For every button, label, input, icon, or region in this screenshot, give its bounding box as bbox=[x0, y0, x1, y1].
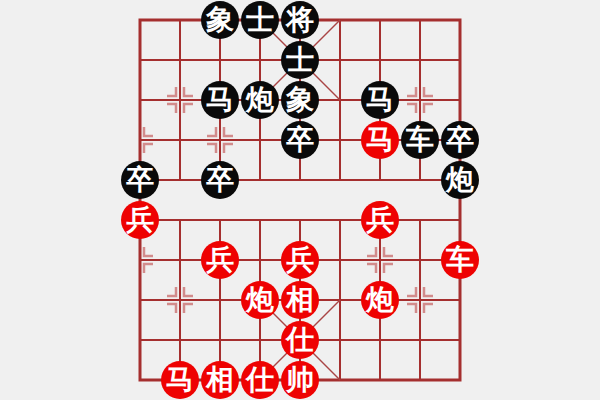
black-advisor-piece[interactable]: 士 bbox=[241, 1, 279, 39]
board-cell[interactable] bbox=[200, 200, 240, 240]
board-cell[interactable] bbox=[320, 40, 360, 80]
board-cell[interactable] bbox=[360, 0, 400, 40]
black-chariot-piece[interactable]: 车 bbox=[401, 121, 439, 159]
board-cell[interactable]: 仕 bbox=[280, 320, 320, 360]
board-cell[interactable]: 相 bbox=[200, 360, 240, 400]
board-cell[interactable] bbox=[440, 200, 480, 240]
red-soldier-piece[interactable]: 兵 bbox=[281, 241, 319, 279]
black-cannon-piece[interactable]: 炮 bbox=[241, 81, 279, 119]
board-cell[interactable]: 象 bbox=[200, 0, 240, 40]
board-cell[interactable] bbox=[400, 80, 440, 120]
board-cell[interactable] bbox=[320, 200, 360, 240]
board-cell[interactable] bbox=[400, 280, 440, 320]
board-cell[interactable] bbox=[200, 40, 240, 80]
board-cell[interactable]: 兵 bbox=[280, 240, 320, 280]
board-cell[interactable]: 马 bbox=[160, 360, 200, 400]
board-cell[interactable]: 马 bbox=[360, 80, 400, 120]
black-elephant-piece[interactable]: 象 bbox=[201, 1, 239, 39]
board-cell[interactable]: 马 bbox=[200, 80, 240, 120]
board-cell[interactable] bbox=[160, 40, 200, 80]
black-general-piece[interactable]: 将 bbox=[281, 1, 319, 39]
black-soldier-piece[interactable]: 卒 bbox=[201, 161, 239, 199]
board-cell[interactable] bbox=[240, 200, 280, 240]
board-cell[interactable] bbox=[400, 200, 440, 240]
board-cell[interactable]: 卒 bbox=[440, 120, 480, 160]
board-cell[interactable] bbox=[160, 120, 200, 160]
board-cell[interactable] bbox=[320, 240, 360, 280]
board-cell[interactable]: 炮 bbox=[440, 160, 480, 200]
board-cell[interactable] bbox=[320, 360, 360, 400]
board-cell[interactable]: 马 bbox=[360, 120, 400, 160]
board-cell[interactable] bbox=[400, 160, 440, 200]
board-cell[interactable] bbox=[240, 240, 280, 280]
board-cell[interactable]: 士 bbox=[280, 40, 320, 80]
board-cell[interactable]: 兵 bbox=[120, 200, 160, 240]
board-cell[interactable] bbox=[200, 280, 240, 320]
board-cell[interactable] bbox=[160, 160, 200, 200]
red-general-piece[interactable]: 帅 bbox=[281, 361, 319, 399]
red-elephant-piece[interactable]: 相 bbox=[201, 361, 239, 399]
xiangqi-board: 象士将士马炮象马卒马车卒卒卒炮兵兵兵兵车炮相炮仕马相仕帅 bbox=[120, 0, 480, 400]
board-cell[interactable] bbox=[360, 160, 400, 200]
board-cell[interactable]: 车 bbox=[440, 240, 480, 280]
board-cell[interactable] bbox=[200, 120, 240, 160]
red-soldier-piece[interactable]: 兵 bbox=[201, 241, 239, 279]
red-advisor-piece[interactable]: 仕 bbox=[241, 361, 279, 399]
board-cell[interactable]: 士 bbox=[240, 0, 280, 40]
board-cell[interactable] bbox=[240, 40, 280, 80]
board-cell[interactable]: 卒 bbox=[200, 160, 240, 200]
board-cell[interactable] bbox=[240, 160, 280, 200]
black-soldier-piece[interactable]: 卒 bbox=[281, 121, 319, 159]
black-horse-piece[interactable]: 马 bbox=[361, 81, 399, 119]
board-cell[interactable] bbox=[320, 280, 360, 320]
red-cannon-piece[interactable]: 炮 bbox=[241, 281, 279, 319]
board-cell[interactable] bbox=[160, 200, 200, 240]
board-cell[interactable] bbox=[400, 320, 440, 360]
red-soldier-piece[interactable]: 兵 bbox=[121, 201, 159, 239]
board-cell[interactable] bbox=[240, 120, 280, 160]
board-cell[interactable]: 兵 bbox=[200, 240, 240, 280]
board-cell[interactable] bbox=[440, 280, 480, 320]
red-cannon-piece[interactable]: 炮 bbox=[361, 281, 399, 319]
board-cell[interactable] bbox=[280, 200, 320, 240]
board-cell[interactable]: 车 bbox=[400, 120, 440, 160]
board-cell[interactable]: 卒 bbox=[120, 160, 160, 200]
black-cannon-piece[interactable]: 炮 bbox=[441, 161, 479, 199]
board-cell[interactable] bbox=[400, 0, 440, 40]
board-cell[interactable] bbox=[120, 240, 160, 280]
board-cell[interactable] bbox=[320, 0, 360, 40]
board-cell[interactable]: 仕 bbox=[240, 360, 280, 400]
board-cell[interactable]: 炮 bbox=[240, 280, 280, 320]
red-chariot-piece[interactable]: 车 bbox=[441, 241, 479, 279]
board-cell[interactable] bbox=[400, 360, 440, 400]
board-cell[interactable] bbox=[200, 320, 240, 360]
board-cell[interactable] bbox=[120, 40, 160, 80]
board-cell[interactable]: 炮 bbox=[360, 280, 400, 320]
board-cell[interactable]: 象 bbox=[280, 80, 320, 120]
board-cell[interactable] bbox=[440, 320, 480, 360]
board-cell[interactable] bbox=[440, 0, 480, 40]
board-cell[interactable] bbox=[320, 80, 360, 120]
black-elephant-piece[interactable]: 象 bbox=[281, 81, 319, 119]
board-cell[interactable] bbox=[120, 360, 160, 400]
board-cell[interactable] bbox=[120, 0, 160, 40]
board-cell[interactable]: 将 bbox=[280, 0, 320, 40]
red-horse-piece[interactable]: 马 bbox=[161, 361, 199, 399]
board-cell[interactable] bbox=[160, 0, 200, 40]
board-cell[interactable] bbox=[360, 40, 400, 80]
board-cell[interactable] bbox=[320, 120, 360, 160]
red-soldier-piece[interactable]: 兵 bbox=[361, 201, 399, 239]
black-soldier-piece[interactable]: 卒 bbox=[441, 121, 479, 159]
board-cell[interactable] bbox=[120, 120, 160, 160]
black-soldier-piece[interactable]: 卒 bbox=[121, 161, 159, 199]
board-cell[interactable] bbox=[120, 320, 160, 360]
board-cell[interactable] bbox=[120, 280, 160, 320]
red-advisor-piece[interactable]: 仕 bbox=[281, 321, 319, 359]
board-cell[interactable] bbox=[160, 320, 200, 360]
board-cell[interactable]: 相 bbox=[280, 280, 320, 320]
board-cell[interactable] bbox=[120, 80, 160, 120]
board-cell[interactable] bbox=[160, 240, 200, 280]
board-cell[interactable] bbox=[360, 240, 400, 280]
board-cell[interactable] bbox=[440, 360, 480, 400]
board-cell[interactable]: 卒 bbox=[280, 120, 320, 160]
board-cell[interactable] bbox=[440, 40, 480, 80]
black-advisor-piece[interactable]: 士 bbox=[281, 41, 319, 79]
board-cell[interactable] bbox=[360, 320, 400, 360]
red-horse-piece[interactable]: 马 bbox=[361, 121, 399, 159]
board-cell[interactable] bbox=[400, 240, 440, 280]
board-cell[interactable] bbox=[360, 360, 400, 400]
board-cell[interactable] bbox=[440, 80, 480, 120]
board-cell[interactable] bbox=[160, 280, 200, 320]
black-horse-piece[interactable]: 马 bbox=[201, 81, 239, 119]
board-cell[interactable] bbox=[160, 80, 200, 120]
board-cell[interactable]: 炮 bbox=[240, 80, 280, 120]
board-cell[interactable] bbox=[240, 320, 280, 360]
red-elephant-piece[interactable]: 相 bbox=[281, 281, 319, 319]
board-cell[interactable]: 兵 bbox=[360, 200, 400, 240]
board-cell[interactable] bbox=[320, 320, 360, 360]
board-cell[interactable] bbox=[400, 40, 440, 80]
xiangqi-board-area: 象士将士马炮象马卒马车卒卒卒炮兵兵兵兵车炮相炮仕马相仕帅 bbox=[0, 0, 600, 400]
board-cell[interactable] bbox=[320, 160, 360, 200]
board-cell[interactable]: 帅 bbox=[280, 360, 320, 400]
board-cell[interactable] bbox=[280, 160, 320, 200]
